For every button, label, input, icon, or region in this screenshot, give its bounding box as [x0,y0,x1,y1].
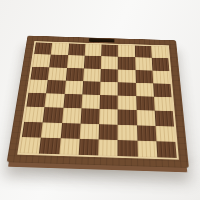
square-c4[interactable] [63,94,82,109]
square-g3[interactable] [136,110,155,125]
square-b2[interactable] [41,122,62,138]
square-c6[interactable] [65,68,83,81]
square-d1[interactable] [78,139,98,156]
square-h2[interactable] [155,126,175,142]
square-b7[interactable] [49,55,67,68]
square-d5[interactable] [82,81,100,95]
square-b1[interactable] [39,137,60,154]
square-a7[interactable] [32,54,51,67]
square-f4[interactable] [118,96,136,111]
board-field [17,41,179,160]
square-f1[interactable] [118,140,138,157]
square-h1[interactable] [156,141,177,158]
square-c2[interactable] [60,123,80,139]
square-b3[interactable] [43,107,63,122]
square-f6[interactable] [118,69,136,82]
square-h8[interactable] [151,46,168,58]
square-g7[interactable] [135,57,152,70]
square-a3[interactable] [24,107,44,122]
square-a8[interactable] [34,42,52,54]
square-h6[interactable] [152,70,170,83]
square-d4[interactable] [81,94,100,109]
square-g6[interactable] [135,70,153,83]
square-h5[interactable] [153,83,172,97]
square-e3[interactable] [99,109,118,124]
square-h4[interactable] [154,97,173,112]
square-f3[interactable] [118,110,137,125]
square-b5[interactable] [46,80,65,94]
square-e7[interactable] [101,56,118,69]
square-c5[interactable] [64,80,83,94]
square-a1[interactable] [19,137,41,154]
square-e1[interactable] [98,139,118,156]
square-g1[interactable] [137,140,157,157]
chessboard [7,36,189,168]
square-c3[interactable] [62,108,82,123]
square-c7[interactable] [67,55,85,68]
square-b4[interactable] [45,93,65,108]
square-f7[interactable] [118,57,135,70]
square-g4[interactable] [136,96,155,111]
square-d7[interactable] [84,56,102,69]
square-f2[interactable] [118,124,137,140]
square-g5[interactable] [135,83,153,97]
square-e5[interactable] [100,82,118,96]
square-e8[interactable] [101,44,118,56]
square-g2[interactable] [137,125,157,141]
photo-background [0,0,200,200]
square-h3[interactable] [154,111,174,126]
square-b8[interactable] [51,43,69,55]
square-d3[interactable] [80,108,99,123]
square-a2[interactable] [22,121,43,137]
square-d2[interactable] [79,123,99,139]
square-a5[interactable] [28,79,47,93]
square-d8[interactable] [84,44,101,56]
square-g8[interactable] [134,46,151,58]
square-a6[interactable] [30,67,49,80]
square-d6[interactable] [83,68,101,81]
square-b6[interactable] [48,67,67,80]
square-c1[interactable] [59,138,80,155]
square-f8[interactable] [118,45,135,57]
square-h7[interactable] [152,58,170,71]
square-e6[interactable] [100,69,118,82]
square-a4[interactable] [26,93,46,108]
square-c8[interactable] [68,43,85,55]
brand-plaque [89,38,115,42]
square-f5[interactable] [118,82,136,96]
square-e4[interactable] [100,95,118,110]
square-e2[interactable] [99,124,118,140]
